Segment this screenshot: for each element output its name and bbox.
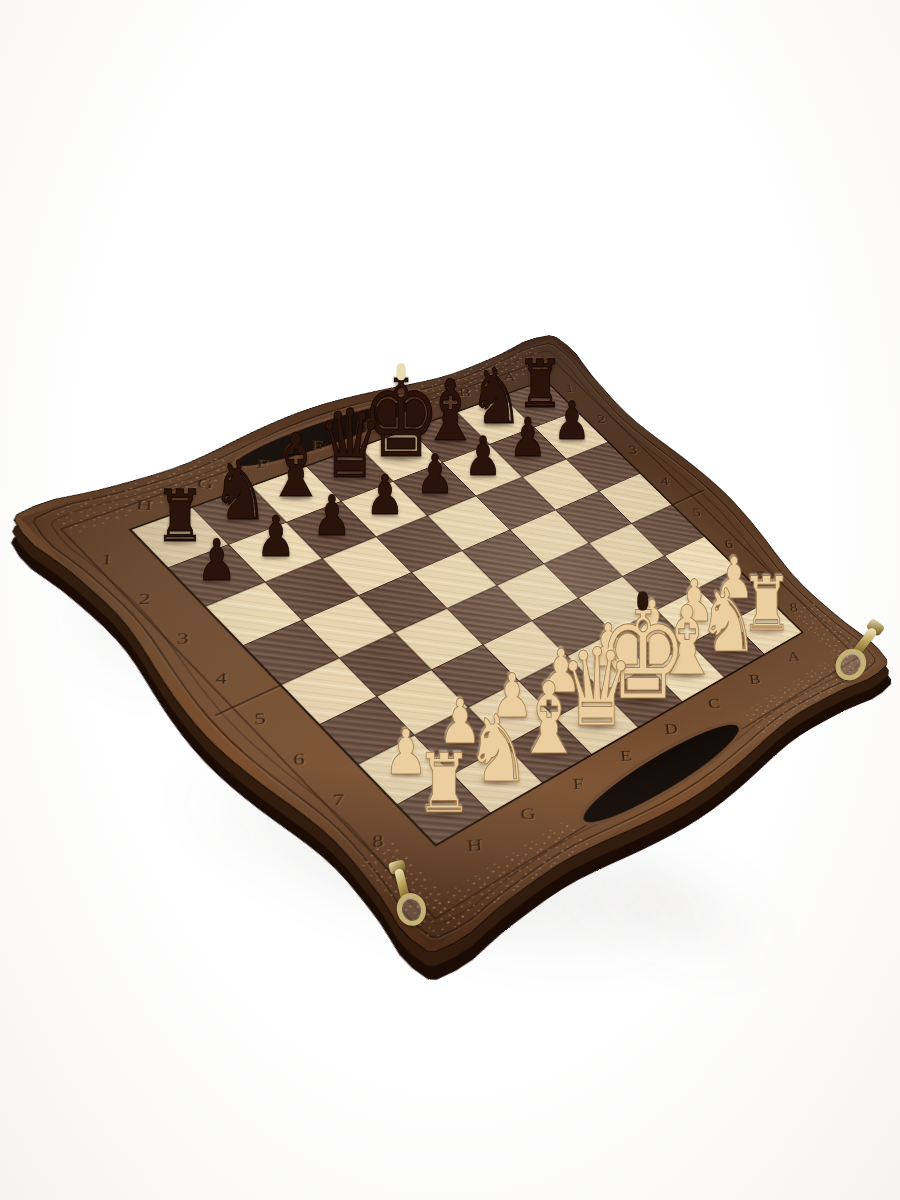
piece-dark-pawn-a2[interactable]: ♟ xyxy=(553,395,590,448)
piece-dark-pawn-g2[interactable]: ♟ xyxy=(256,509,295,565)
piece-dark-pawn-c2[interactable]: ♟ xyxy=(464,429,502,483)
piece-dark-pawn-e2[interactable]: ♟ xyxy=(366,467,404,522)
king-finial-d8 xyxy=(638,591,649,610)
piece-light-rook-h8[interactable]: ♜ xyxy=(416,744,473,826)
pieces-layer: ♜♞♟♝♟♚♟♛♟♝♟♞♟♜♟♟♟♟♜♟♞♟♝♟♚♟♛♟♝♟♞♜ xyxy=(0,0,900,1200)
piece-dark-pawn-f2[interactable]: ♟ xyxy=(312,488,351,544)
product-photo: AABBCCDDEEFFGGHHAABBCCDDEEFFGGHH11223344… xyxy=(0,0,900,1200)
king-finial-d1 xyxy=(396,363,405,380)
piece-dark-pawn-b2[interactable]: ♟ xyxy=(510,412,547,465)
piece-dark-pawn-d2[interactable]: ♟ xyxy=(416,448,454,502)
piece-light-knight-g8[interactable]: ♞ xyxy=(466,703,531,796)
piece-dark-pawn-h2[interactable]: ♟ xyxy=(197,532,237,589)
